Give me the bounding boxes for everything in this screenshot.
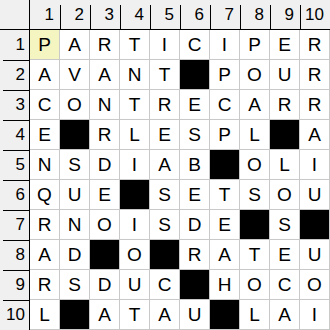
- row-header-6: 6: [0, 180, 30, 210]
- cell-r3c5[interactable]: R: [150, 90, 180, 120]
- column-header-9: 9: [270, 0, 300, 30]
- cell-r9c1[interactable]: R: [30, 270, 60, 300]
- cell-r2c4[interactable]: N: [120, 60, 150, 90]
- cell-r1c6[interactable]: C: [180, 30, 210, 60]
- cell-r8c4[interactable]: O: [120, 240, 150, 270]
- cell-r2c9[interactable]: U: [270, 60, 300, 90]
- cell-r4c5[interactable]: E: [150, 120, 180, 150]
- cell-r6c1[interactable]: Q: [30, 180, 60, 210]
- block-cell-r5c7: [210, 150, 240, 180]
- cell-r3c8[interactable]: A: [240, 90, 270, 120]
- row-header-2: 2: [0, 60, 30, 90]
- cell-r9c2[interactable]: S: [60, 270, 90, 300]
- cell-r6c7[interactable]: T: [210, 180, 240, 210]
- cell-r10c6[interactable]: U: [180, 300, 210, 330]
- cell-r7c3[interactable]: O: [90, 210, 120, 240]
- column-header-10: 10: [300, 0, 330, 30]
- select-all-corner: [0, 0, 30, 30]
- row-header-1: 1: [0, 30, 30, 60]
- cell-r1c7[interactable]: I: [210, 30, 240, 60]
- cell-r5c3[interactable]: D: [90, 150, 120, 180]
- cell-r2c8[interactable]: O: [240, 60, 270, 90]
- column-header-2: 2: [60, 0, 90, 30]
- cell-r4c4[interactable]: L: [120, 120, 150, 150]
- cell-r10c4[interactable]: T: [120, 300, 150, 330]
- cell-r1c9[interactable]: E: [270, 30, 300, 60]
- cell-r2c10[interactable]: R: [300, 60, 330, 90]
- row-header-10: 10: [0, 300, 30, 330]
- block-cell-r2c6: [180, 60, 210, 90]
- cell-r8c2[interactable]: D: [60, 240, 90, 270]
- cell-r1c4[interactable]: T: [120, 30, 150, 60]
- column-header-4: 4: [120, 0, 150, 30]
- row-header-7: 7: [0, 210, 30, 240]
- cell-r7c2[interactable]: N: [60, 210, 90, 240]
- cell-r4c7[interactable]: P: [210, 120, 240, 150]
- cell-r8c9[interactable]: E: [270, 240, 300, 270]
- column-header-1: 1: [30, 0, 60, 30]
- block-cell-r4c9: [270, 120, 300, 150]
- cell-r3c4[interactable]: T: [120, 90, 150, 120]
- cell-r4c6[interactable]: S: [180, 120, 210, 150]
- cell-r9c4[interactable]: U: [120, 270, 150, 300]
- cell-r7c5[interactable]: S: [150, 210, 180, 240]
- cell-r9c7[interactable]: H: [210, 270, 240, 300]
- cell-r9c5[interactable]: C: [150, 270, 180, 300]
- cell-r7c1[interactable]: R: [30, 210, 60, 240]
- cell-r4c1[interactable]: E: [30, 120, 60, 150]
- cell-r9c3[interactable]: D: [90, 270, 120, 300]
- cell-r8c10[interactable]: U: [300, 240, 330, 270]
- row-header-9: 9: [0, 270, 30, 300]
- cell-r3c2[interactable]: O: [60, 90, 90, 120]
- column-header-7: 7: [210, 0, 240, 30]
- cell-r7c9[interactable]: S: [270, 210, 300, 240]
- cell-r1c3[interactable]: R: [90, 30, 120, 60]
- cell-r2c7[interactable]: P: [210, 60, 240, 90]
- cell-r7c6[interactable]: D: [180, 210, 210, 240]
- column-header-3: 3: [90, 0, 120, 30]
- cell-r5c2[interactable]: S: [60, 150, 90, 180]
- cell-r6c9[interactable]: O: [270, 180, 300, 210]
- row-header-3: 3: [0, 90, 30, 120]
- block-cell-r10c7: [210, 300, 240, 330]
- cell-r6c10[interactable]: U: [300, 180, 330, 210]
- block-cell-r4c2: [60, 120, 90, 150]
- cell-r4c8[interactable]: L: [240, 120, 270, 150]
- cell-r5c10[interactable]: I: [300, 150, 330, 180]
- cell-r5c9[interactable]: L: [270, 150, 300, 180]
- cell-r5c5[interactable]: A: [150, 150, 180, 180]
- block-cell-r7c10: [300, 210, 330, 240]
- row-header-8: 8: [0, 240, 30, 270]
- cell-r9c10[interactable]: O: [300, 270, 330, 300]
- row-header-5: 5: [0, 150, 30, 180]
- cell-r5c6[interactable]: B: [180, 150, 210, 180]
- cell-r10c3[interactable]: A: [90, 300, 120, 330]
- cell-r4c10[interactable]: A: [300, 120, 330, 150]
- cell-r8c7[interactable]: A: [210, 240, 240, 270]
- cell-r1c8[interactable]: P: [240, 30, 270, 60]
- cell-r5c4[interactable]: I: [120, 150, 150, 180]
- cell-r6c2[interactable]: U: [60, 180, 90, 210]
- cell-r3c1[interactable]: C: [30, 90, 60, 120]
- cell-r6c5[interactable]: S: [150, 180, 180, 210]
- cell-r1c2[interactable]: A: [60, 30, 90, 60]
- column-header-5: 5: [150, 0, 180, 30]
- cell-r6c6[interactable]: E: [180, 180, 210, 210]
- crossword-board: 123456789101PARTICIPER2AVANTPOUR3CONTREC…: [0, 0, 330, 330]
- cell-r9c8[interactable]: O: [240, 270, 270, 300]
- cell-r1c10[interactable]: R: [300, 30, 330, 60]
- cell-r2c2[interactable]: V: [60, 60, 90, 90]
- block-cell-r8c5: [150, 240, 180, 270]
- cell-r2c1[interactable]: A: [30, 60, 60, 90]
- cell-r3c3[interactable]: N: [90, 90, 120, 120]
- block-cell-r7c8: [240, 210, 270, 240]
- cell-r1c1[interactable]: P: [30, 30, 60, 60]
- cell-r4c3[interactable]: R: [90, 120, 120, 150]
- column-header-8: 8: [240, 0, 270, 30]
- cell-r10c9[interactable]: A: [270, 300, 300, 330]
- cell-r6c8[interactable]: S: [240, 180, 270, 210]
- cell-r8c1[interactable]: A: [30, 240, 60, 270]
- block-cell-r10c2: [60, 300, 90, 330]
- cell-r2c5[interactable]: T: [150, 60, 180, 90]
- block-cell-r6c4: [120, 180, 150, 210]
- block-cell-r8c3: [90, 240, 120, 270]
- cell-r7c4[interactable]: I: [120, 210, 150, 240]
- cell-r7c7[interactable]: E: [210, 210, 240, 240]
- block-cell-r9c6: [180, 270, 210, 300]
- cell-r10c8[interactable]: L: [240, 300, 270, 330]
- cell-r3c7[interactable]: C: [210, 90, 240, 120]
- cell-r3c10[interactable]: R: [300, 90, 330, 120]
- cell-r2c3[interactable]: A: [90, 60, 120, 90]
- cell-r6c3[interactable]: E: [90, 180, 120, 210]
- cell-r3c6[interactable]: E: [180, 90, 210, 120]
- cell-r1c5[interactable]: I: [150, 30, 180, 60]
- cell-r8c6[interactable]: R: [180, 240, 210, 270]
- row-header-4: 4: [0, 120, 30, 150]
- cell-r10c5[interactable]: A: [150, 300, 180, 330]
- cell-r5c1[interactable]: N: [30, 150, 60, 180]
- cell-r10c10[interactable]: I: [300, 300, 330, 330]
- cell-r8c8[interactable]: T: [240, 240, 270, 270]
- column-header-6: 6: [180, 0, 210, 30]
- cell-r10c1[interactable]: L: [30, 300, 60, 330]
- cell-r9c9[interactable]: C: [270, 270, 300, 300]
- cell-r3c9[interactable]: R: [270, 90, 300, 120]
- cell-r5c8[interactable]: O: [240, 150, 270, 180]
